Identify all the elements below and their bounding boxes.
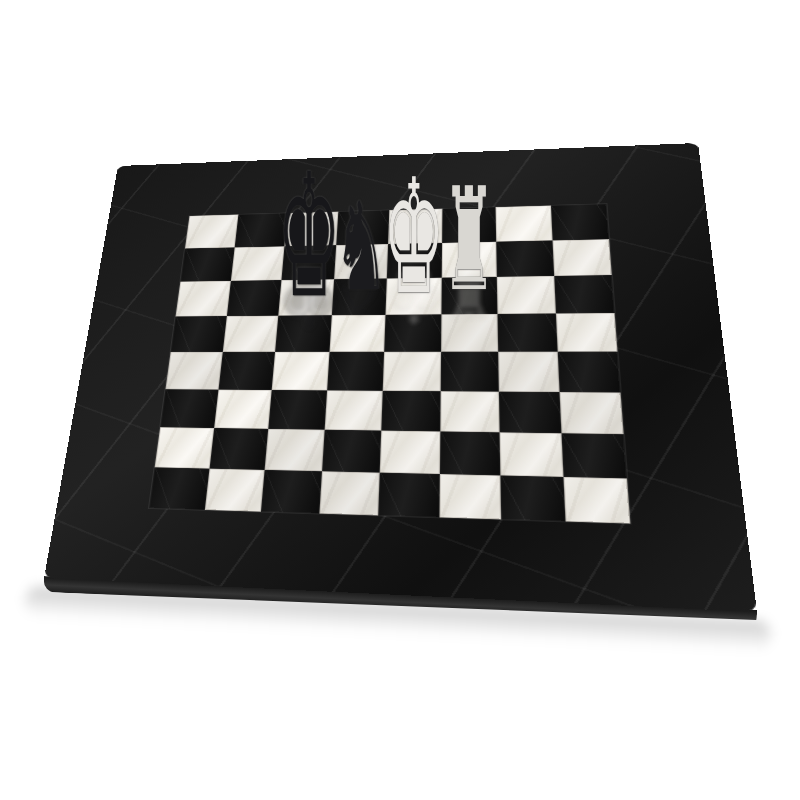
- square-b3: [214, 389, 272, 429]
- square-b1: [204, 468, 264, 512]
- square-e2: [380, 431, 440, 474]
- square-b6: [226, 280, 281, 316]
- square-b5: [222, 315, 278, 352]
- square-g7: [496, 240, 553, 277]
- square-f2: [439, 431, 500, 475]
- square-b4: [218, 352, 275, 390]
- square-g8: [496, 206, 552, 242]
- square-d1: [319, 471, 380, 516]
- square-d3: [324, 390, 383, 431]
- square-h6: [554, 275, 615, 313]
- square-a3: [160, 389, 218, 428]
- square-g6: [497, 276, 556, 314]
- square-e3: [381, 390, 440, 431]
- square-c2: [265, 429, 324, 471]
- square-b2: [209, 428, 268, 470]
- product-photo: ♚ ♞ ♚ ♜ ♚ ♞ ♚ ♜: [0, 0, 800, 800]
- square-h1: [563, 477, 630, 524]
- square-a2: [155, 427, 214, 468]
- square-h8: [550, 204, 609, 240]
- square-e1: [378, 472, 439, 517]
- square-e4: [383, 352, 441, 391]
- square-d2: [322, 430, 382, 473]
- square-c1: [261, 470, 322, 514]
- square-a8: [185, 215, 238, 249]
- square-h7: [552, 239, 612, 276]
- square-a1: [149, 467, 209, 510]
- square-h5: [555, 313, 617, 352]
- square-a4: [166, 352, 223, 389]
- square-g2: [500, 432, 563, 476]
- square-a5: [171, 316, 227, 352]
- square-h4: [557, 352, 620, 392]
- square-c3: [268, 390, 326, 430]
- square-g3: [499, 391, 561, 433]
- square-g1: [500, 475, 565, 521]
- square-g4: [498, 352, 559, 392]
- square-a6: [176, 281, 231, 316]
- square-c4: [272, 352, 329, 390]
- square-g5: [497, 313, 557, 352]
- square-f1: [439, 474, 501, 520]
- square-f3: [440, 391, 500, 433]
- square-h3: [559, 392, 624, 435]
- square-d4: [327, 352, 385, 391]
- square-f4: [440, 352, 499, 392]
- square-a7: [180, 247, 234, 281]
- square-h2: [561, 433, 627, 478]
